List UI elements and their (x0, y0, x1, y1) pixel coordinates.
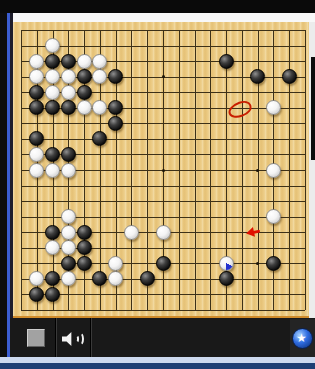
white-stone (61, 163, 76, 178)
black-stone (29, 287, 44, 302)
app-logo-globe-icon[interactable]: ★ (292, 328, 313, 349)
black-stone (77, 240, 92, 255)
black-stone (45, 287, 60, 302)
grid-line (305, 30, 306, 310)
black-stone (29, 100, 44, 115)
black-stone (77, 256, 92, 271)
white-stone (266, 163, 281, 178)
black-stone (266, 256, 281, 271)
white-stone (45, 240, 60, 255)
toolbar: ★ (10, 318, 315, 357)
black-stone (140, 271, 155, 286)
black-stone (219, 271, 234, 286)
app-window: ★ (0, 0, 315, 369)
star-point (256, 262, 259, 265)
white-stone (77, 100, 92, 115)
white-stone (108, 271, 123, 286)
grid-line (195, 30, 196, 310)
white-stone (156, 225, 171, 240)
white-stone (124, 225, 139, 240)
window-bottom-border (0, 363, 315, 369)
black-stone (29, 85, 44, 100)
black-stone (61, 100, 76, 115)
black-stone (45, 271, 60, 286)
white-stone (29, 163, 44, 178)
white-stone (29, 54, 44, 69)
star-point (162, 169, 165, 172)
right-scroll-mark (311, 57, 315, 160)
black-stone (108, 116, 123, 131)
grid-line (21, 201, 305, 202)
grid-line (21, 310, 305, 311)
white-stone (45, 85, 60, 100)
white-stone (266, 209, 281, 224)
grid-line (210, 30, 211, 310)
sound-wave-icon (75, 332, 84, 346)
grid-line (242, 30, 243, 310)
grid-line (21, 186, 305, 187)
black-stone (108, 100, 123, 115)
black-stone (77, 85, 92, 100)
white-stone (108, 256, 123, 271)
white-stone (61, 209, 76, 224)
black-stone (282, 69, 297, 84)
white-stone (45, 163, 60, 178)
black-stone (77, 225, 92, 240)
star-point (256, 169, 259, 172)
white-stone (92, 69, 107, 84)
white-stone (29, 69, 44, 84)
white-stone (92, 54, 107, 69)
white-stone (61, 271, 76, 286)
toolbar-separator (90, 318, 92, 357)
black-stone (250, 69, 265, 84)
stop-button[interactable] (27, 329, 45, 347)
title-bar (0, 0, 315, 13)
black-stone (92, 271, 107, 286)
white-stone (266, 100, 281, 115)
black-stone (45, 54, 60, 69)
toolbar-separator (55, 318, 57, 357)
board-top-margin (13, 13, 315, 22)
white-stone (29, 147, 44, 162)
black-stone (45, 100, 60, 115)
goban[interactable] (13, 22, 309, 318)
grid-line (179, 30, 180, 310)
star-point (162, 75, 165, 78)
white-stone (61, 85, 76, 100)
star-icon: ★ (296, 331, 307, 346)
left-edge (0, 13, 7, 357)
black-stone (61, 147, 76, 162)
white-stone (45, 38, 60, 53)
red-circle-annotation (226, 98, 254, 120)
black-stone (61, 256, 76, 271)
black-stone (29, 131, 44, 146)
white-stone (61, 69, 76, 84)
white-stone (29, 271, 44, 286)
white-stone (77, 54, 92, 69)
last-move-marker (220, 257, 233, 270)
white-stone (92, 100, 107, 115)
black-stone (45, 147, 60, 162)
black-stone (61, 54, 76, 69)
black-stone (92, 131, 107, 146)
white-stone (61, 240, 76, 255)
white-stone (219, 256, 234, 271)
black-stone (156, 256, 171, 271)
white-stone (61, 225, 76, 240)
grid-line (21, 294, 305, 295)
black-stone (45, 225, 60, 240)
black-stone (77, 69, 92, 84)
black-stone (219, 54, 234, 69)
black-stone (108, 69, 123, 84)
arrow-tail (252, 229, 260, 234)
white-stone (45, 69, 60, 84)
